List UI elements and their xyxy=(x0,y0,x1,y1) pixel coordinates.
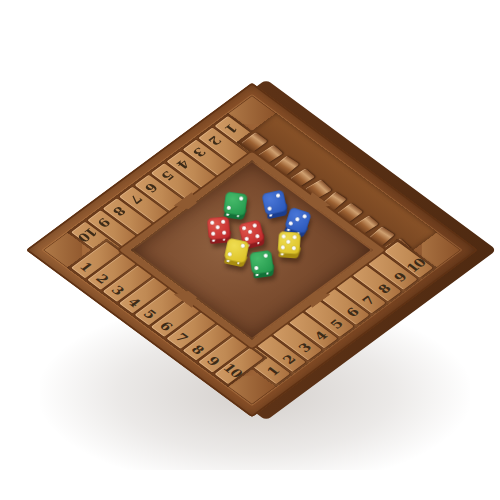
die-top-face xyxy=(223,191,248,216)
die-top-face xyxy=(224,238,250,264)
die-yellow-8[interactable] xyxy=(277,231,305,261)
product-photo-scene: 10987654321 12345678910 12345678910 xyxy=(0,0,500,500)
die-top-face xyxy=(277,231,300,254)
die-top-face xyxy=(261,189,287,215)
die-top-face xyxy=(249,250,274,275)
die-green-7[interactable] xyxy=(249,249,279,280)
die-top-face xyxy=(207,216,231,240)
dice-layer xyxy=(0,0,500,500)
